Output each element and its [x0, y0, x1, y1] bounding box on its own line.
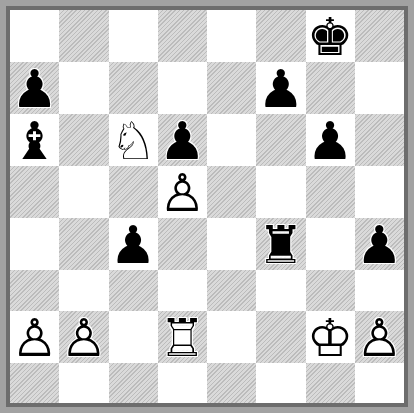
square-g8[interactable]: ♚	[306, 10, 355, 62]
square-d1[interactable]	[158, 363, 207, 404]
chess-board: ♚♟♟♝♞♘♟♟♟♙♟♜♟♟♙♟♙♜♖♚♔♟♙	[6, 6, 408, 407]
white-pawn: ♟♙	[61, 312, 108, 364]
square-a8[interactable]	[10, 10, 59, 62]
square-d2[interactable]: ♜♖	[158, 311, 207, 363]
square-g6[interactable]: ♟	[306, 114, 355, 166]
square-f2[interactable]	[256, 311, 305, 363]
square-b4[interactable]	[59, 218, 108, 270]
square-h7[interactable]	[355, 62, 404, 114]
square-b8[interactable]	[59, 10, 108, 62]
square-b6[interactable]	[59, 114, 108, 166]
square-a6[interactable]: ♝	[10, 114, 59, 166]
square-c6[interactable]: ♞♘	[109, 114, 158, 166]
square-d6[interactable]: ♟	[158, 114, 207, 166]
black-pawn: ♟	[159, 115, 206, 167]
square-h4[interactable]: ♟	[355, 218, 404, 270]
square-c2[interactable]	[109, 311, 158, 363]
square-h2[interactable]: ♟♙	[355, 311, 404, 363]
black-pawn: ♟	[110, 219, 157, 271]
square-c4[interactable]: ♟	[109, 218, 158, 270]
square-e1[interactable]	[207, 363, 256, 404]
square-f4[interactable]: ♜	[256, 218, 305, 270]
square-f8[interactable]	[256, 10, 305, 62]
square-c3[interactable]	[109, 270, 158, 311]
black-pawn: ♟	[258, 63, 305, 115]
piece-glyph: ♚	[307, 11, 354, 63]
square-f1[interactable]	[256, 363, 305, 404]
piece-glyph: ♖	[159, 312, 206, 364]
square-b3[interactable]	[59, 270, 108, 311]
square-h1[interactable]	[355, 363, 404, 404]
square-h5[interactable]	[355, 166, 404, 218]
piece-glyph: ♔	[307, 312, 354, 364]
square-e7[interactable]	[207, 62, 256, 114]
square-g4[interactable]	[306, 218, 355, 270]
piece-glyph: ♙	[61, 312, 108, 364]
square-g1[interactable]	[306, 363, 355, 404]
square-a2[interactable]: ♟♙	[10, 311, 59, 363]
square-a1[interactable]	[10, 363, 59, 404]
square-d5[interactable]: ♟♙	[158, 166, 207, 218]
square-a3[interactable]	[10, 270, 59, 311]
square-b1[interactable]	[59, 363, 108, 404]
white-rook: ♜♖	[159, 312, 206, 364]
square-h6[interactable]	[355, 114, 404, 166]
square-e8[interactable]	[207, 10, 256, 62]
square-d8[interactable]	[158, 10, 207, 62]
piece-glyph: ♟	[356, 219, 403, 271]
piece-glyph: ♜	[258, 219, 305, 271]
square-e3[interactable]	[207, 270, 256, 311]
square-g7[interactable]	[306, 62, 355, 114]
piece-glyph: ♟	[159, 115, 206, 167]
white-king: ♚♔	[307, 312, 354, 364]
square-g3[interactable]	[306, 270, 355, 311]
piece-glyph: ♝	[11, 115, 58, 167]
piece-glyph: ♘	[110, 115, 157, 167]
square-c7[interactable]	[109, 62, 158, 114]
square-g2[interactable]: ♚♔	[306, 311, 355, 363]
square-g5[interactable]	[306, 166, 355, 218]
square-d4[interactable]	[158, 218, 207, 270]
square-c5[interactable]	[109, 166, 158, 218]
white-knight: ♞♘	[110, 115, 157, 167]
square-d7[interactable]	[158, 62, 207, 114]
piece-glyph: ♟	[110, 219, 157, 271]
black-rook: ♜	[258, 219, 305, 271]
piece-glyph: ♟	[307, 115, 354, 167]
black-king: ♚	[307, 11, 354, 63]
piece-glyph: ♙	[159, 167, 206, 219]
board-frame: ♚♟♟♝♞♘♟♟♟♙♟♜♟♟♙♟♙♜♖♚♔♟♙	[0, 0, 414, 413]
black-bishop: ♝	[11, 115, 58, 167]
square-e5[interactable]	[207, 166, 256, 218]
piece-glyph: ♟	[11, 63, 58, 115]
square-f3[interactable]	[256, 270, 305, 311]
square-f7[interactable]: ♟	[256, 62, 305, 114]
square-e6[interactable]	[207, 114, 256, 166]
black-pawn: ♟	[356, 219, 403, 271]
square-h3[interactable]	[355, 270, 404, 311]
piece-glyph: ♙	[356, 312, 403, 364]
black-pawn: ♟	[11, 63, 58, 115]
piece-glyph: ♙	[11, 312, 58, 364]
square-e2[interactable]	[207, 311, 256, 363]
square-c8[interactable]	[109, 10, 158, 62]
square-f5[interactable]	[256, 166, 305, 218]
square-c1[interactable]	[109, 363, 158, 404]
white-pawn: ♟♙	[356, 312, 403, 364]
square-b2[interactable]: ♟♙	[59, 311, 108, 363]
square-a4[interactable]	[10, 218, 59, 270]
square-h8[interactable]	[355, 10, 404, 62]
square-b5[interactable]	[59, 166, 108, 218]
square-d3[interactable]	[158, 270, 207, 311]
square-a7[interactable]: ♟	[10, 62, 59, 114]
black-pawn: ♟	[307, 115, 354, 167]
square-b7[interactable]	[59, 62, 108, 114]
square-a5[interactable]	[10, 166, 59, 218]
white-pawn: ♟♙	[11, 312, 58, 364]
square-f6[interactable]	[256, 114, 305, 166]
white-pawn: ♟♙	[159, 167, 206, 219]
piece-glyph: ♟	[258, 63, 305, 115]
square-e4[interactable]	[207, 218, 256, 270]
